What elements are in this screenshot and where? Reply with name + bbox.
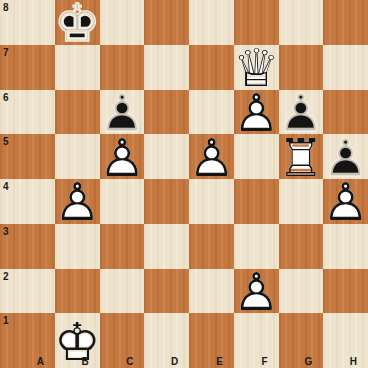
rank-label-7: 7 bbox=[3, 48, 9, 58]
square-a7[interactable]: 7 bbox=[0, 45, 55, 90]
rank-label-1: 1 bbox=[3, 316, 9, 326]
rank-label-4: 4 bbox=[3, 182, 9, 192]
square-b8[interactable]: ♚♔ bbox=[55, 0, 100, 45]
square-h1[interactable]: H bbox=[323, 313, 368, 368]
piece-white-pawn[interactable]: ♟♙ bbox=[234, 90, 279, 135]
square-b4[interactable]: ♟♙ bbox=[55, 179, 100, 224]
rank-label-5: 5 bbox=[3, 137, 9, 147]
square-g3[interactable] bbox=[279, 224, 324, 269]
square-f2[interactable]: ♟♙ bbox=[234, 269, 279, 314]
piece-white-rook[interactable]: ♜♖ bbox=[279, 134, 324, 179]
square-e5[interactable]: ♟♙ bbox=[189, 134, 234, 179]
rank-label-6: 6 bbox=[3, 93, 9, 103]
file-label-c: C bbox=[126, 357, 133, 367]
square-e2[interactable] bbox=[189, 269, 234, 314]
file-label-a: A bbox=[37, 357, 44, 367]
white-pawn-outline-glyph: ♙ bbox=[100, 135, 145, 180]
piece-white-pawn[interactable]: ♟♙ bbox=[55, 179, 100, 224]
square-a1[interactable]: 1A bbox=[0, 313, 55, 368]
square-c8[interactable] bbox=[100, 0, 145, 45]
file-label-d: D bbox=[171, 357, 178, 367]
square-g5[interactable]: ♜♖ bbox=[279, 134, 324, 179]
piece-white-king[interactable]: ♚♔ bbox=[55, 313, 100, 368]
square-d1[interactable]: D bbox=[144, 313, 189, 368]
square-c3[interactable] bbox=[100, 224, 145, 269]
file-label-f: F bbox=[261, 357, 267, 367]
square-b6[interactable] bbox=[55, 90, 100, 135]
square-e1[interactable]: E bbox=[189, 313, 234, 368]
white-pawn-outline-glyph: ♙ bbox=[234, 270, 279, 315]
chess-board: 8♚♔7♛♕6♟♙♟♙♟♙5♟♙♟♙♜♖♟♙4♟♙♟♙32♟♙1AB♚♔CDEF… bbox=[0, 0, 368, 368]
square-a5[interactable]: 5 bbox=[0, 134, 55, 179]
white-king-outline-glyph: ♔ bbox=[55, 314, 100, 368]
chess-diagram: 8♚♔7♛♕6♟♙♟♙♟♙5♟♙♟♙♜♖♟♙4♟♙♟♙32♟♙1AB♚♔CDEF… bbox=[0, 0, 368, 368]
rank-label-3: 3 bbox=[3, 227, 9, 237]
piece-black-king[interactable]: ♚♔ bbox=[55, 0, 100, 45]
white-pawn-outline-glyph: ♙ bbox=[55, 180, 100, 225]
square-b2[interactable] bbox=[55, 269, 100, 314]
rank-label-8: 8 bbox=[3, 3, 9, 13]
square-b1[interactable]: B♚♔ bbox=[55, 313, 100, 368]
square-d2[interactable] bbox=[144, 269, 189, 314]
file-label-g: G bbox=[305, 357, 313, 367]
white-pawn-outline-glyph: ♙ bbox=[323, 180, 368, 225]
square-e8[interactable] bbox=[189, 0, 234, 45]
piece-white-pawn[interactable]: ♟♙ bbox=[189, 134, 234, 179]
black-king-outline-glyph: ♔ bbox=[55, 1, 100, 46]
square-d4[interactable] bbox=[144, 179, 189, 224]
square-d7[interactable] bbox=[144, 45, 189, 90]
square-e7[interactable] bbox=[189, 45, 234, 90]
square-d3[interactable] bbox=[144, 224, 189, 269]
square-a8[interactable]: 8 bbox=[0, 0, 55, 45]
rank-label-2: 2 bbox=[3, 272, 9, 282]
square-g2[interactable] bbox=[279, 269, 324, 314]
square-d8[interactable] bbox=[144, 0, 189, 45]
square-a6[interactable]: 6 bbox=[0, 90, 55, 135]
square-d6[interactable] bbox=[144, 90, 189, 135]
square-d5[interactable] bbox=[144, 134, 189, 179]
square-g8[interactable] bbox=[279, 0, 324, 45]
square-f4[interactable] bbox=[234, 179, 279, 224]
square-h4[interactable]: ♟♙ bbox=[323, 179, 368, 224]
square-a4[interactable]: 4 bbox=[0, 179, 55, 224]
white-pawn-outline-glyph: ♙ bbox=[189, 135, 234, 180]
square-c1[interactable]: C bbox=[100, 313, 145, 368]
square-h8[interactable] bbox=[323, 0, 368, 45]
file-label-e: E bbox=[216, 357, 223, 367]
square-h2[interactable] bbox=[323, 269, 368, 314]
square-f6[interactable]: ♟♙ bbox=[234, 90, 279, 135]
piece-white-pawn[interactable]: ♟♙ bbox=[100, 134, 145, 179]
piece-white-pawn[interactable]: ♟♙ bbox=[234, 269, 279, 314]
square-h7[interactable] bbox=[323, 45, 368, 90]
square-e3[interactable] bbox=[189, 224, 234, 269]
white-pawn-outline-glyph: ♙ bbox=[234, 91, 279, 136]
square-g1[interactable]: G bbox=[279, 313, 324, 368]
square-c2[interactable] bbox=[100, 269, 145, 314]
square-c5[interactable]: ♟♙ bbox=[100, 134, 145, 179]
file-label-h: H bbox=[350, 357, 357, 367]
piece-white-pawn[interactable]: ♟♙ bbox=[323, 179, 368, 224]
square-a3[interactable]: 3 bbox=[0, 224, 55, 269]
square-a2[interactable]: 2 bbox=[0, 269, 55, 314]
white-rook-outline-glyph: ♖ bbox=[279, 135, 324, 180]
